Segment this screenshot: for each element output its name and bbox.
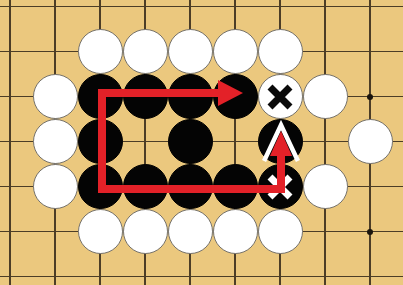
board-cell-3-5[interactable] — [213, 119, 258, 164]
board-cell-3-2[interactable] — [78, 119, 123, 164]
board-cell-6-1[interactable] — [33, 254, 78, 285]
white-stone — [348, 119, 393, 164]
board-cell-0-6[interactable] — [258, 0, 303, 29]
board-cell-6-8[interactable] — [348, 254, 393, 285]
board-cell-1-1[interactable] — [33, 29, 78, 74]
board-cell-2-6[interactable] — [258, 74, 303, 119]
white-stone — [123, 209, 168, 254]
white-stone — [258, 209, 303, 254]
board-cell-5-0[interactable] — [0, 209, 33, 254]
board-cell-3-4[interactable] — [168, 119, 213, 164]
white-stone — [258, 29, 303, 74]
board-cell-4-8[interactable] — [348, 164, 393, 209]
board-cell-1-8[interactable] — [348, 29, 393, 74]
board-cell-5-2[interactable] — [78, 209, 123, 254]
board-cell-2-0[interactable] — [0, 74, 33, 119]
board-cell-1-2[interactable] — [78, 29, 123, 74]
board-cell-6-2[interactable] — [78, 254, 123, 285]
board-cell-4-7[interactable] — [303, 164, 348, 209]
go-board-grid — [0, 0, 393, 285]
board-cell-0-1[interactable] — [33, 0, 78, 29]
black-stone — [123, 74, 168, 119]
board-cell-5-5[interactable] — [213, 209, 258, 254]
board-cell-1-7[interactable] — [303, 29, 348, 74]
white-stone — [213, 209, 258, 254]
white-stone — [303, 164, 348, 209]
black-stone — [258, 119, 303, 164]
black-stone — [168, 74, 213, 119]
board-cell-5-7[interactable] — [303, 209, 348, 254]
board-cell-5-3[interactable] — [123, 209, 168, 254]
board-cell-0-7[interactable] — [303, 0, 348, 29]
board-cell-1-4[interactable] — [168, 29, 213, 74]
board-cell-6-0[interactable] — [0, 254, 33, 285]
board-cell-1-3[interactable] — [123, 29, 168, 74]
white-stone — [78, 209, 123, 254]
board-cell-6-4[interactable] — [168, 254, 213, 285]
black-stone — [213, 74, 258, 119]
board-cell-0-8[interactable] — [348, 0, 393, 29]
board-cell-6-3[interactable] — [123, 254, 168, 285]
white-stone — [168, 209, 213, 254]
board-cell-2-4[interactable] — [168, 74, 213, 119]
board-cell-3-7[interactable] — [303, 119, 348, 164]
board-cell-4-3[interactable] — [123, 164, 168, 209]
black-stone — [168, 119, 213, 164]
board-cell-4-1[interactable] — [33, 164, 78, 209]
board-cell-1-6[interactable] — [258, 29, 303, 74]
board-cell-5-6[interactable] — [258, 209, 303, 254]
white-stone — [33, 119, 78, 164]
board-cell-1-0[interactable] — [0, 29, 33, 74]
board-cell-2-5[interactable] — [213, 74, 258, 119]
board-cell-5-4[interactable] — [168, 209, 213, 254]
black-stone — [213, 164, 258, 209]
star-point-icon — [367, 229, 373, 235]
board-cell-0-5[interactable] — [213, 0, 258, 29]
board-cell-5-1[interactable] — [33, 209, 78, 254]
black-stone — [78, 74, 123, 119]
black-stone — [123, 164, 168, 209]
board-cell-3-6[interactable] — [258, 119, 303, 164]
board-cell-1-5[interactable] — [213, 29, 258, 74]
white-stone — [258, 74, 303, 119]
star-point-icon — [367, 94, 373, 100]
board-cell-4-5[interactable] — [213, 164, 258, 209]
white-stone — [33, 164, 78, 209]
board-cell-2-7[interactable] — [303, 74, 348, 119]
board-cell-0-2[interactable] — [78, 0, 123, 29]
board-cell-6-6[interactable] — [258, 254, 303, 285]
board-cell-6-7[interactable] — [303, 254, 348, 285]
board-cell-5-8[interactable] — [348, 209, 393, 254]
white-stone — [78, 29, 123, 74]
board-cell-3-1[interactable] — [33, 119, 78, 164]
board-cell-0-4[interactable] — [168, 0, 213, 29]
board-cell-4-6[interactable] — [258, 164, 303, 209]
white-stone — [168, 29, 213, 74]
black-stone — [78, 119, 123, 164]
white-stone — [303, 74, 348, 119]
white-stone — [213, 29, 258, 74]
white-stone — [123, 29, 168, 74]
board-cell-2-8[interactable] — [348, 74, 393, 119]
black-stone — [78, 164, 123, 209]
black-stone — [168, 164, 213, 209]
go-board — [0, 0, 403, 285]
board-cell-2-1[interactable] — [33, 74, 78, 119]
board-cell-4-0[interactable] — [0, 164, 33, 209]
board-cell-3-8[interactable] — [348, 119, 393, 164]
board-cell-0-3[interactable] — [123, 0, 168, 29]
board-cell-2-3[interactable] — [123, 74, 168, 119]
black-stone — [258, 164, 303, 209]
board-cell-4-2[interactable] — [78, 164, 123, 209]
white-stone — [33, 74, 78, 119]
board-cell-3-3[interactable] — [123, 119, 168, 164]
board-cell-6-5[interactable] — [213, 254, 258, 285]
board-cell-2-2[interactable] — [78, 74, 123, 119]
board-cell-3-0[interactable] — [0, 119, 33, 164]
board-cell-4-4[interactable] — [168, 164, 213, 209]
board-cell-0-0[interactable] — [0, 0, 33, 29]
